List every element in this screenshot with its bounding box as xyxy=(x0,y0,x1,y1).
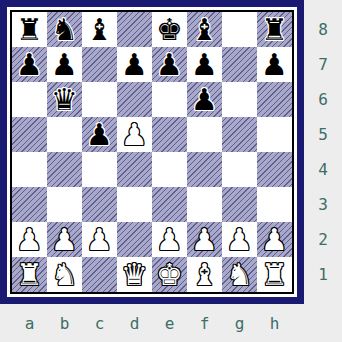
file-label-e: e xyxy=(165,314,175,333)
square-h1[interactable]: ♜ xyxy=(257,257,292,292)
square-h4[interactable] xyxy=(257,152,292,187)
square-c8[interactable]: ♝ xyxy=(82,12,117,47)
black-pawn: ♟ xyxy=(261,47,288,82)
square-e6[interactable] xyxy=(152,82,187,117)
square-f5[interactable] xyxy=(187,117,222,152)
square-b8[interactable]: ♞ xyxy=(47,12,82,47)
rank-label-2: 2 xyxy=(318,230,328,249)
square-c7[interactable] xyxy=(82,47,117,82)
square-b5[interactable] xyxy=(47,117,82,152)
square-b2[interactable]: ♟ xyxy=(47,222,82,257)
rank-label-6: 6 xyxy=(318,90,328,109)
square-f6[interactable]: ♟ xyxy=(187,82,222,117)
file-label-d: d xyxy=(130,314,140,333)
black-king: ♚ xyxy=(156,12,183,47)
square-f3[interactable] xyxy=(187,187,222,222)
square-h2[interactable]: ♟ xyxy=(257,222,292,257)
square-e3[interactable] xyxy=(152,187,187,222)
square-g8[interactable] xyxy=(222,12,257,47)
square-b1[interactable]: ♞ xyxy=(47,257,82,292)
white-rook: ♜ xyxy=(261,257,288,292)
black-rook: ♜ xyxy=(16,12,43,47)
square-a1[interactable]: ♜ xyxy=(12,257,47,292)
square-h6[interactable] xyxy=(257,82,292,117)
white-queen: ♛ xyxy=(121,257,148,292)
square-a2[interactable]: ♟ xyxy=(12,222,47,257)
square-g6[interactable] xyxy=(222,82,257,117)
square-f7[interactable]: ♟ xyxy=(187,47,222,82)
square-a6[interactable] xyxy=(12,82,47,117)
file-label-g: g xyxy=(235,314,245,333)
white-rook: ♜ xyxy=(16,257,43,292)
board-frame: ♜♞♝♚♝♜♟♟♟♟♟♟♛♟♟♟♟♟♟♟♟♟♟♜♞♛♚♝♞♜ xyxy=(0,0,304,304)
square-e7[interactable]: ♟ xyxy=(152,47,187,82)
square-h8[interactable]: ♜ xyxy=(257,12,292,47)
square-e2[interactable]: ♟ xyxy=(152,222,187,257)
square-e1[interactable]: ♚ xyxy=(152,257,187,292)
white-pawn: ♟ xyxy=(156,222,183,257)
chess-diagram: ♜♞♝♚♝♜♟♟♟♟♟♟♛♟♟♟♟♟♟♟♟♟♟♜♞♛♚♝♞♜ abcdefgh … xyxy=(0,0,342,342)
file-label-c: c xyxy=(95,314,105,333)
black-pawn: ♟ xyxy=(51,47,78,82)
white-pawn: ♟ xyxy=(86,222,113,257)
white-knight: ♞ xyxy=(51,257,78,292)
square-d5[interactable]: ♟ xyxy=(117,117,152,152)
square-d2[interactable] xyxy=(117,222,152,257)
square-f2[interactable]: ♟ xyxy=(187,222,222,257)
black-pawn: ♟ xyxy=(121,47,148,82)
white-king: ♚ xyxy=(156,257,183,292)
white-pawn: ♟ xyxy=(261,222,288,257)
square-b7[interactable]: ♟ xyxy=(47,47,82,82)
rank-label-3: 3 xyxy=(318,195,328,214)
square-g3[interactable] xyxy=(222,187,257,222)
black-pawn: ♟ xyxy=(156,47,183,82)
square-d6[interactable] xyxy=(117,82,152,117)
square-c5[interactable]: ♟ xyxy=(82,117,117,152)
white-knight: ♞ xyxy=(226,257,253,292)
black-pawn: ♟ xyxy=(86,117,113,152)
square-d7[interactable]: ♟ xyxy=(117,47,152,82)
rank-label-1: 1 xyxy=(318,265,328,284)
square-a5[interactable] xyxy=(12,117,47,152)
square-c3[interactable] xyxy=(82,187,117,222)
rank-label-7: 7 xyxy=(318,55,328,74)
square-g1[interactable]: ♞ xyxy=(222,257,257,292)
file-label-f: f xyxy=(200,314,210,333)
square-f1[interactable]: ♝ xyxy=(187,257,222,292)
square-a4[interactable] xyxy=(12,152,47,187)
square-b4[interactable] xyxy=(47,152,82,187)
square-a7[interactable]: ♟ xyxy=(12,47,47,82)
white-pawn: ♟ xyxy=(16,222,43,257)
black-pawn: ♟ xyxy=(191,82,218,117)
black-pawn: ♟ xyxy=(16,47,43,82)
square-e5[interactable] xyxy=(152,117,187,152)
file-label-a: a xyxy=(25,314,35,333)
square-b3[interactable] xyxy=(47,187,82,222)
square-g4[interactable] xyxy=(222,152,257,187)
white-pawn: ♟ xyxy=(121,117,148,152)
square-e4[interactable] xyxy=(152,152,187,187)
square-h7[interactable]: ♟ xyxy=(257,47,292,82)
square-a8[interactable]: ♜ xyxy=(12,12,47,47)
rank-label-5: 5 xyxy=(318,125,328,144)
black-rook: ♜ xyxy=(261,12,288,47)
file-label-h: h xyxy=(270,314,280,333)
black-queen: ♛ xyxy=(51,82,78,117)
white-pawn: ♟ xyxy=(51,222,78,257)
square-g2[interactable]: ♟ xyxy=(222,222,257,257)
square-c6[interactable] xyxy=(82,82,117,117)
file-label-b: b xyxy=(60,314,70,333)
square-d4[interactable] xyxy=(117,152,152,187)
white-bishop: ♝ xyxy=(191,257,218,292)
square-d8[interactable] xyxy=(117,12,152,47)
square-c4[interactable] xyxy=(82,152,117,187)
white-pawn: ♟ xyxy=(191,222,218,257)
square-b6[interactable]: ♛ xyxy=(47,82,82,117)
square-g5[interactable] xyxy=(222,117,257,152)
rank-label-4: 4 xyxy=(318,160,328,179)
white-pawn: ♟ xyxy=(226,222,253,257)
square-h5[interactable] xyxy=(257,117,292,152)
square-c1[interactable] xyxy=(82,257,117,292)
black-bishop: ♝ xyxy=(86,12,113,47)
chess-board: ♜♞♝♚♝♜♟♟♟♟♟♟♛♟♟♟♟♟♟♟♟♟♟♜♞♛♚♝♞♜ xyxy=(12,12,292,292)
rank-labels: 87654321 xyxy=(304,12,342,292)
square-a3[interactable] xyxy=(12,187,47,222)
square-d1[interactable]: ♛ xyxy=(117,257,152,292)
black-bishop: ♝ xyxy=(191,12,218,47)
square-f8[interactable]: ♝ xyxy=(187,12,222,47)
square-d3[interactable] xyxy=(117,187,152,222)
black-knight: ♞ xyxy=(51,12,78,47)
rank-label-8: 8 xyxy=(318,20,328,39)
square-e8[interactable]: ♚ xyxy=(152,12,187,47)
file-labels: abcdefgh xyxy=(12,304,292,342)
square-f4[interactable] xyxy=(187,152,222,187)
square-c2[interactable]: ♟ xyxy=(82,222,117,257)
square-h3[interactable] xyxy=(257,187,292,222)
black-pawn: ♟ xyxy=(191,47,218,82)
board-inner-border: ♜♞♝♚♝♜♟♟♟♟♟♟♛♟♟♟♟♟♟♟♟♟♟♜♞♛♚♝♞♜ xyxy=(10,10,294,294)
square-g7[interactable] xyxy=(222,47,257,82)
